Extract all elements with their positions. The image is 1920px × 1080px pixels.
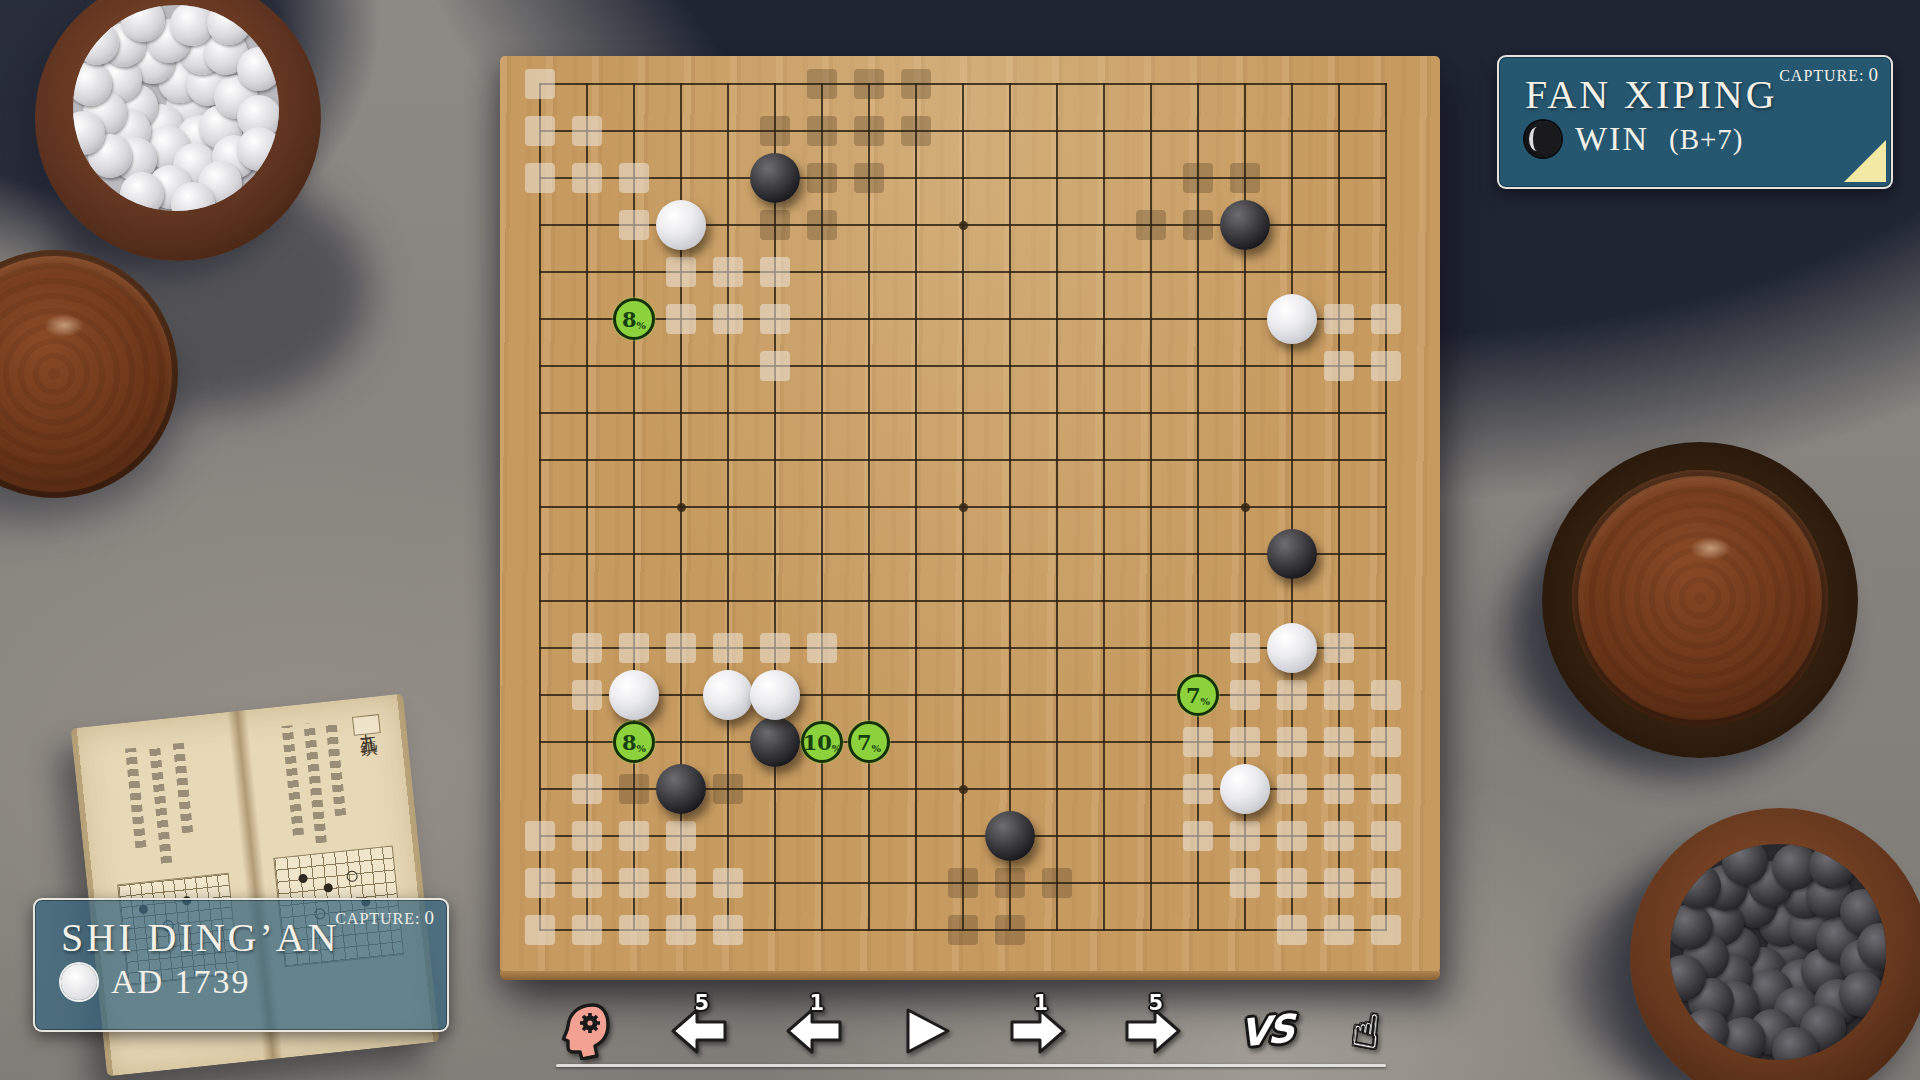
replay-controls: 5 1 1 5 VS xyxy=(560,998,1380,1064)
percent-sign: % xyxy=(637,320,647,331)
policy-heatmap-square xyxy=(572,915,602,945)
policy-heatmap-square xyxy=(525,915,555,945)
policy-heatmap-square xyxy=(1230,163,1260,193)
book-title: 九五鎮 xyxy=(352,714,381,736)
policy-heatmap-square xyxy=(1277,868,1307,898)
policy-heatmap-square xyxy=(1183,210,1213,240)
white-pebble xyxy=(73,62,112,106)
back-5-label: 5 xyxy=(695,991,710,1015)
grid-line xyxy=(1009,83,1011,931)
white-stone xyxy=(1267,294,1317,344)
policy-heatmap-square xyxy=(1371,821,1401,851)
policy-heatmap-square xyxy=(1324,304,1354,334)
black-stone xyxy=(1267,529,1317,579)
hand-tool-button[interactable]: ☝ xyxy=(1352,1004,1380,1058)
percent-sign: % xyxy=(637,743,647,754)
white-stone-icon xyxy=(61,964,97,1000)
capture-label: CAPTURE: xyxy=(335,910,420,927)
result-detail: (B+7) xyxy=(1669,123,1744,156)
play-icon xyxy=(901,1006,951,1056)
back-1-label: 1 xyxy=(810,991,825,1015)
policy-heatmap-square xyxy=(619,868,649,898)
policy-heatmap-square xyxy=(1324,680,1354,710)
policy-heatmap-square xyxy=(1324,351,1354,381)
grid-line xyxy=(539,553,1387,555)
forward-1-button[interactable]: 1 xyxy=(1010,1008,1066,1055)
policy-heatmap-square xyxy=(666,868,696,898)
back-1-button[interactable]: 1 xyxy=(786,1008,842,1055)
policy-heatmap-square xyxy=(525,868,555,898)
policy-heatmap-square xyxy=(1371,351,1401,381)
policy-heatmap-square xyxy=(666,821,696,851)
policy-heatmap-square xyxy=(572,163,602,193)
policy-heatmap-square xyxy=(760,633,790,663)
policy-heatmap-square xyxy=(807,163,837,193)
vs-label: VS xyxy=(1240,1006,1292,1056)
policy-heatmap-square xyxy=(1371,727,1401,757)
policy-heatmap-square xyxy=(1324,915,1354,945)
ai-analysis-button[interactable] xyxy=(560,1002,612,1060)
policy-heatmap-square xyxy=(1371,915,1401,945)
policy-heatmap-square xyxy=(572,680,602,710)
policy-heatmap-square xyxy=(666,257,696,287)
black-pebble xyxy=(1683,1009,1729,1055)
policy-heatmap-square xyxy=(619,774,649,804)
policy-heatmap-square xyxy=(1136,210,1166,240)
suggestion-badge[interactable]: 7% xyxy=(848,721,890,763)
policy-heatmap-square xyxy=(1324,868,1354,898)
black-stone xyxy=(750,717,800,767)
player-card-black: CAPTURE:0 FAN XIPING WIN (B+7) xyxy=(1497,55,1893,189)
white-stone xyxy=(609,670,659,720)
forward-1-label: 1 xyxy=(1034,991,1049,1015)
policy-heatmap-square xyxy=(1324,821,1354,851)
policy-heatmap-square xyxy=(1230,633,1260,663)
capture-label: CAPTURE: xyxy=(1779,67,1864,84)
arrow-right-icon xyxy=(1125,1008,1181,1055)
go-board[interactable]: 8%8%10%7%7% xyxy=(500,56,1440,973)
star-point xyxy=(677,503,686,512)
black-stone xyxy=(985,811,1035,861)
suggestion-badge[interactable]: 8% xyxy=(613,298,655,340)
policy-heatmap-square xyxy=(1183,774,1213,804)
policy-heatmap-square xyxy=(854,69,884,99)
policy-heatmap-square xyxy=(1042,868,1072,898)
arrow-left-icon xyxy=(786,1008,842,1055)
policy-heatmap-square xyxy=(1371,868,1401,898)
policy-heatmap-square xyxy=(666,304,696,334)
move-progress-bar[interactable] xyxy=(556,1064,1386,1067)
policy-heatmap-square xyxy=(1230,727,1260,757)
suggestion-winrate: 10 xyxy=(803,732,832,753)
vs-mode-button[interactable]: VS xyxy=(1240,1009,1293,1053)
forward-5-label: 5 xyxy=(1149,991,1164,1015)
policy-heatmap-square xyxy=(619,821,649,851)
policy-heatmap-square xyxy=(713,304,743,334)
white-stone xyxy=(750,670,800,720)
policy-heatmap-square xyxy=(948,868,978,898)
policy-heatmap-square xyxy=(995,915,1025,945)
forward-5-button[interactable]: 5 xyxy=(1125,1008,1181,1055)
policy-heatmap-square xyxy=(807,69,837,99)
white-stone xyxy=(1267,623,1317,673)
policy-heatmap-square xyxy=(1230,821,1260,851)
play-button[interactable] xyxy=(901,1006,951,1056)
policy-heatmap-square xyxy=(1183,727,1213,757)
capture-count-black: CAPTURE:0 xyxy=(1779,64,1879,86)
black-stone-bowl xyxy=(1630,808,1920,1080)
policy-heatmap-square xyxy=(1277,774,1307,804)
white-stone xyxy=(1220,764,1270,814)
policy-heatmap-square xyxy=(619,633,649,663)
policy-heatmap-square xyxy=(713,868,743,898)
policy-heatmap-square xyxy=(713,774,743,804)
policy-heatmap-square xyxy=(807,210,837,240)
policy-heatmap-square xyxy=(713,633,743,663)
policy-heatmap-square xyxy=(572,633,602,663)
policy-heatmap-square xyxy=(1324,727,1354,757)
white-stone xyxy=(703,670,753,720)
policy-heatmap-square xyxy=(807,116,837,146)
policy-heatmap-square xyxy=(1277,727,1307,757)
policy-heatmap-square xyxy=(901,116,931,146)
policy-heatmap-square xyxy=(760,351,790,381)
policy-heatmap-square xyxy=(807,633,837,663)
black-stone xyxy=(1220,200,1270,250)
policy-heatmap-square xyxy=(948,915,978,945)
black-pebble xyxy=(1839,971,1885,1017)
policy-heatmap-square xyxy=(572,774,602,804)
policy-heatmap-square xyxy=(525,821,555,851)
star-point xyxy=(959,785,968,794)
player-card-white: CAPTURE:0 SHI DING’AN AD 1739 xyxy=(33,898,449,1032)
policy-heatmap-square xyxy=(1324,774,1354,804)
white-pebble xyxy=(120,172,164,211)
policy-heatmap-square xyxy=(854,163,884,193)
percent-sign: % xyxy=(832,743,842,754)
black-pebble xyxy=(1809,844,1855,889)
policy-heatmap-square xyxy=(525,69,555,99)
policy-heatmap-square xyxy=(1277,821,1307,851)
suggestion-badge[interactable]: 7% xyxy=(1177,674,1219,716)
white-pebble xyxy=(237,47,279,91)
policy-heatmap-square xyxy=(1324,633,1354,663)
capture-count-white: CAPTURE:0 xyxy=(335,907,435,929)
white-pebble xyxy=(237,127,279,171)
suggestion-winrate: 8 xyxy=(622,309,637,330)
suggestion-winrate: 7 xyxy=(857,732,872,753)
pointing-hand-icon: ☝ xyxy=(1349,1003,1383,1060)
grid-line xyxy=(1103,83,1105,931)
policy-heatmap-square xyxy=(619,915,649,945)
star-point xyxy=(959,221,968,230)
white-pebble xyxy=(207,5,251,45)
policy-heatmap-square xyxy=(854,116,884,146)
suggestion-winrate: 7 xyxy=(1186,685,1201,706)
policy-heatmap-square xyxy=(760,210,790,240)
policy-heatmap-square xyxy=(1183,821,1213,851)
policy-heatmap-square xyxy=(1183,163,1213,193)
policy-heatmap-square xyxy=(572,821,602,851)
policy-heatmap-square xyxy=(572,116,602,146)
player-era: AD 1739 xyxy=(111,963,251,1001)
star-point xyxy=(959,503,968,512)
grid-line xyxy=(539,600,1387,602)
suggestion-badge[interactable]: 8% xyxy=(613,721,655,763)
suggestion-winrate: 8 xyxy=(622,732,637,753)
policy-heatmap-square xyxy=(666,915,696,945)
policy-heatmap-square xyxy=(572,868,602,898)
policy-heatmap-square xyxy=(1371,680,1401,710)
policy-heatmap-square xyxy=(713,257,743,287)
star-point xyxy=(1241,503,1250,512)
policy-heatmap-square xyxy=(525,163,555,193)
suggestion-badge[interactable]: 10% xyxy=(801,721,843,763)
policy-heatmap-square xyxy=(713,915,743,945)
capture-value: 0 xyxy=(425,907,436,928)
arrow-right-icon xyxy=(1010,1008,1066,1055)
policy-heatmap-square xyxy=(760,116,790,146)
black-pebble xyxy=(1675,863,1721,909)
bowl-lid xyxy=(1572,470,1828,726)
policy-heatmap-square xyxy=(619,163,649,193)
app-background: 九五鎮 8%8%10%7%7% CAPT xyxy=(0,0,1920,1080)
turn-indicator-triangle xyxy=(1844,140,1886,182)
black-stone xyxy=(750,153,800,203)
policy-heatmap-square xyxy=(760,304,790,334)
policy-heatmap-square xyxy=(619,210,649,240)
policy-heatmap-square xyxy=(995,868,1025,898)
policy-heatmap-square xyxy=(1230,680,1260,710)
policy-heatmap-square xyxy=(901,69,931,99)
policy-heatmap-square xyxy=(760,257,790,287)
policy-heatmap-square xyxy=(1371,304,1401,334)
grid-line xyxy=(1056,83,1058,931)
black-stone xyxy=(656,764,706,814)
policy-heatmap-square xyxy=(1230,868,1260,898)
arrow-left-icon xyxy=(671,1008,727,1055)
white-stone xyxy=(656,200,706,250)
back-5-button[interactable]: 5 xyxy=(671,1008,727,1055)
percent-sign: % xyxy=(872,743,882,754)
policy-heatmap-square xyxy=(525,116,555,146)
black-stone-icon xyxy=(1525,121,1561,157)
percent-sign: % xyxy=(1201,696,1211,707)
result-label: WIN xyxy=(1575,120,1649,158)
policy-heatmap-square xyxy=(1277,680,1307,710)
capture-value: 0 xyxy=(1869,64,1880,85)
policy-heatmap-square xyxy=(666,633,696,663)
policy-heatmap-square xyxy=(1371,774,1401,804)
policy-heatmap-square xyxy=(1277,915,1307,945)
gear-icon xyxy=(580,1013,600,1033)
thinking-head-icon xyxy=(560,1002,612,1060)
